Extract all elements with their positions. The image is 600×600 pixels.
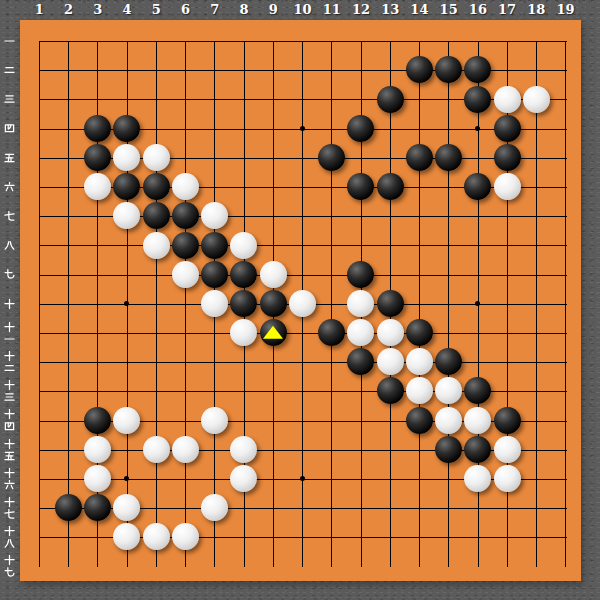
white-stone[interactable] <box>113 494 140 521</box>
column-label: 11 <box>323 2 341 18</box>
row-label <box>1 555 18 578</box>
black-stone[interactable] <box>347 348 374 375</box>
white-stone[interactable] <box>406 377 433 404</box>
white-stone[interactable] <box>113 144 140 171</box>
goban-grid[interactable] <box>25 26 580 581</box>
black-stone[interactable] <box>201 261 228 288</box>
black-stone[interactable] <box>494 144 521 171</box>
white-stone[interactable] <box>230 465 257 492</box>
black-stone[interactable] <box>406 319 433 346</box>
white-stone[interactable] <box>406 348 433 375</box>
white-stone[interactable] <box>377 319 404 346</box>
black-stone[interactable] <box>55 494 82 521</box>
row-label <box>1 64 18 75</box>
white-stone[interactable] <box>289 290 316 317</box>
row-label <box>1 210 18 221</box>
go-board[interactable] <box>20 20 581 581</box>
white-stone[interactable] <box>84 436 111 463</box>
black-stone[interactable] <box>435 56 462 83</box>
white-stone[interactable] <box>230 319 257 346</box>
row-label <box>1 298 18 309</box>
column-label: 19 <box>557 2 575 18</box>
black-stone[interactable] <box>494 407 521 434</box>
row-label <box>1 496 18 519</box>
white-stone[interactable] <box>464 465 491 492</box>
white-stone[interactable] <box>201 290 228 317</box>
column-label: 16 <box>469 2 487 18</box>
star-point <box>475 301 480 306</box>
row-label <box>1 181 18 192</box>
black-stone[interactable] <box>435 436 462 463</box>
white-stone[interactable] <box>143 523 170 550</box>
black-stone[interactable] <box>464 173 491 200</box>
white-stone[interactable] <box>347 290 374 317</box>
column-label: 2 <box>64 2 73 18</box>
white-stone[interactable] <box>230 232 257 259</box>
column-label: 15 <box>440 2 458 18</box>
star-point <box>124 301 129 306</box>
row-label <box>1 526 18 549</box>
black-stone[interactable] <box>377 290 404 317</box>
star-point <box>300 126 305 131</box>
column-label: 10 <box>293 2 311 18</box>
black-stone[interactable] <box>230 261 257 288</box>
row-label <box>1 409 18 432</box>
white-stone[interactable] <box>172 173 199 200</box>
column-label: 18 <box>527 2 545 18</box>
column-label: 3 <box>93 2 102 18</box>
column-label: 4 <box>122 2 131 18</box>
black-stone[interactable] <box>347 115 374 142</box>
white-stone[interactable] <box>523 86 550 113</box>
row-label <box>1 152 18 163</box>
white-stone[interactable] <box>494 86 521 113</box>
black-stone[interactable] <box>113 115 140 142</box>
white-stone[interactable] <box>84 173 111 200</box>
column-label: 7 <box>210 2 219 18</box>
black-stone[interactable] <box>143 202 170 229</box>
black-stone[interactable] <box>347 261 374 288</box>
row-label <box>1 35 18 46</box>
black-stone[interactable] <box>464 56 491 83</box>
column-label: 5 <box>152 2 161 18</box>
black-stone[interactable] <box>201 232 228 259</box>
black-stone[interactable] <box>143 173 170 200</box>
row-label <box>1 240 18 251</box>
row-label <box>1 380 18 403</box>
white-stone[interactable] <box>435 407 462 434</box>
black-stone[interactable] <box>172 232 199 259</box>
white-stone[interactable] <box>201 407 228 434</box>
star-point <box>300 476 305 481</box>
column-label: 1 <box>35 2 44 18</box>
white-stone[interactable] <box>113 523 140 550</box>
white-stone[interactable] <box>172 523 199 550</box>
white-stone[interactable] <box>113 202 140 229</box>
white-stone[interactable] <box>143 232 170 259</box>
black-stone[interactable] <box>377 173 404 200</box>
black-stone[interactable] <box>84 407 111 434</box>
black-stone[interactable] <box>435 348 462 375</box>
column-label: 14 <box>410 2 428 18</box>
column-label: 17 <box>498 2 516 18</box>
white-stone[interactable] <box>260 261 287 288</box>
white-stone[interactable] <box>201 202 228 229</box>
row-label <box>1 94 18 105</box>
black-stone[interactable] <box>406 144 433 171</box>
white-stone[interactable] <box>377 348 404 375</box>
black-stone[interactable] <box>260 290 287 317</box>
white-stone[interactable] <box>435 377 462 404</box>
black-stone[interactable] <box>260 319 287 346</box>
star-point <box>475 126 480 131</box>
black-stone[interactable] <box>377 377 404 404</box>
black-stone[interactable] <box>494 115 521 142</box>
black-stone[interactable] <box>84 144 111 171</box>
white-stone[interactable] <box>143 436 170 463</box>
black-stone[interactable] <box>318 144 345 171</box>
white-stone[interactable] <box>113 407 140 434</box>
black-stone[interactable] <box>435 144 462 171</box>
black-stone[interactable] <box>464 436 491 463</box>
white-stone[interactable] <box>84 465 111 492</box>
row-label <box>1 438 18 461</box>
column-label: 9 <box>269 2 278 18</box>
black-stone[interactable] <box>464 377 491 404</box>
column-label: 6 <box>181 2 190 18</box>
black-stone[interactable] <box>84 494 111 521</box>
black-stone[interactable] <box>406 56 433 83</box>
column-label: 12 <box>352 2 370 18</box>
star-point <box>124 476 129 481</box>
row-label <box>1 350 18 373</box>
white-stone[interactable] <box>230 436 257 463</box>
black-stone[interactable] <box>318 319 345 346</box>
black-stone[interactable] <box>113 173 140 200</box>
white-stone[interactable] <box>201 494 228 521</box>
row-label <box>1 321 18 344</box>
white-stone[interactable] <box>494 465 521 492</box>
white-stone[interactable] <box>347 319 374 346</box>
column-label: 8 <box>239 2 248 18</box>
white-stone[interactable] <box>172 436 199 463</box>
white-stone[interactable] <box>494 173 521 200</box>
row-label <box>1 123 18 134</box>
white-stone[interactable] <box>464 407 491 434</box>
column-label: 13 <box>381 2 399 18</box>
black-stone[interactable] <box>464 86 491 113</box>
white-stone[interactable] <box>143 144 170 171</box>
black-stone[interactable] <box>406 407 433 434</box>
black-stone[interactable] <box>172 202 199 229</box>
black-stone[interactable] <box>230 290 257 317</box>
row-label <box>1 269 18 280</box>
black-stone[interactable] <box>377 86 404 113</box>
triangle-marker <box>263 325 283 338</box>
white-stone[interactable] <box>494 436 521 463</box>
white-stone[interactable] <box>172 261 199 288</box>
black-stone[interactable] <box>84 115 111 142</box>
row-label <box>1 467 18 490</box>
black-stone[interactable] <box>347 173 374 200</box>
